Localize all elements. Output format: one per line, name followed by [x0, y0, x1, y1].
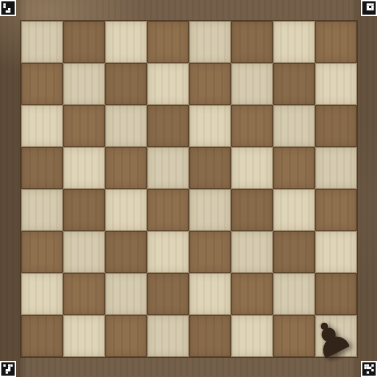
board-square-a1[interactable]	[21, 315, 63, 357]
board-square-b5[interactable]	[63, 147, 105, 189]
board-square-b1[interactable]	[63, 315, 105, 357]
board-square-c8[interactable]	[105, 21, 147, 63]
board-square-f7[interactable]	[231, 63, 273, 105]
fiducial-marker-bottom-right-icon	[361, 361, 377, 377]
board-square-h3[interactable]	[315, 231, 357, 273]
board-square-g8[interactable]	[273, 21, 315, 63]
board-square-f2[interactable]	[231, 273, 273, 315]
board-square-h8[interactable]	[315, 21, 357, 63]
board-square-b2[interactable]	[63, 273, 105, 315]
board-square-h5[interactable]	[315, 147, 357, 189]
board-square-f1[interactable]	[231, 315, 273, 357]
board-square-b3[interactable]	[63, 231, 105, 273]
board-square-a4[interactable]	[21, 189, 63, 231]
board-square-g2[interactable]	[273, 273, 315, 315]
board-square-e7[interactable]	[189, 63, 231, 105]
fiducial-marker-bottom-left-icon	[0, 361, 16, 377]
board-square-c2[interactable]	[105, 273, 147, 315]
board-square-a6[interactable]	[21, 105, 63, 147]
board-square-e8[interactable]	[189, 21, 231, 63]
fiducial-marker-top-right-icon	[361, 0, 377, 16]
board-square-d8[interactable]	[147, 21, 189, 63]
board-square-d4[interactable]	[147, 189, 189, 231]
board-square-g5[interactable]	[273, 147, 315, 189]
board-square-c7[interactable]	[105, 63, 147, 105]
board-square-h6[interactable]	[315, 105, 357, 147]
fiducial-marker-top-left-icon	[0, 0, 16, 16]
board-square-c6[interactable]	[105, 105, 147, 147]
board-square-e5[interactable]	[189, 147, 231, 189]
board-square-g6[interactable]	[273, 105, 315, 147]
board-square-c3[interactable]	[105, 231, 147, 273]
board-square-a5[interactable]	[21, 147, 63, 189]
board-square-d6[interactable]	[147, 105, 189, 147]
board-square-b4[interactable]	[63, 189, 105, 231]
board-square-e3[interactable]	[189, 231, 231, 273]
board-square-d3[interactable]	[147, 231, 189, 273]
board-square-g3[interactable]	[273, 231, 315, 273]
board-square-h4[interactable]	[315, 189, 357, 231]
board-square-d1[interactable]	[147, 315, 189, 357]
board-square-d2[interactable]	[147, 273, 189, 315]
board-square-e1[interactable]	[189, 315, 231, 357]
board-square-f8[interactable]	[231, 21, 273, 63]
board-square-g7[interactable]	[273, 63, 315, 105]
board-square-c1[interactable]	[105, 315, 147, 357]
board-square-f3[interactable]	[231, 231, 273, 273]
board-square-d5[interactable]	[147, 147, 189, 189]
board-square-b6[interactable]	[63, 105, 105, 147]
board-square-f6[interactable]	[231, 105, 273, 147]
board-square-d7[interactable]	[147, 63, 189, 105]
board-square-c5[interactable]	[105, 147, 147, 189]
board-square-e6[interactable]	[189, 105, 231, 147]
board-square-c4[interactable]	[105, 189, 147, 231]
board-square-a2[interactable]	[21, 273, 63, 315]
board-square-b8[interactable]	[63, 21, 105, 63]
board-square-a8[interactable]	[21, 21, 63, 63]
board-square-h7[interactable]	[315, 63, 357, 105]
board-square-h1[interactable]: ♟	[315, 315, 357, 357]
board-photo: ♟	[0, 0, 377, 377]
board-square-a3[interactable]	[21, 231, 63, 273]
board-square-a7[interactable]	[21, 63, 63, 105]
board-square-b7[interactable]	[63, 63, 105, 105]
board-square-g4[interactable]	[273, 189, 315, 231]
board-square-e4[interactable]	[189, 189, 231, 231]
board-square-f5[interactable]	[231, 147, 273, 189]
chessboard-grid: ♟	[21, 21, 357, 357]
board-square-e2[interactable]	[189, 273, 231, 315]
board-square-f4[interactable]	[231, 189, 273, 231]
